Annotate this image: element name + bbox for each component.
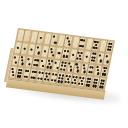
pip (101, 86, 103, 88)
pip (80, 52, 82, 54)
domino-tile-5-6[interactable] (77, 75, 92, 88)
pip (48, 73, 50, 75)
pip (83, 68, 85, 70)
pip (38, 52, 40, 54)
domino-set-photo (0, 0, 128, 128)
pip (103, 70, 105, 72)
pip (95, 82, 97, 84)
pip (58, 52, 60, 54)
domino-tile-0-0[interactable] (16, 29, 31, 42)
pip (48, 63, 50, 65)
pip (83, 39, 85, 41)
pip (11, 68, 13, 70)
pip (94, 53, 96, 55)
pip (56, 67, 58, 69)
pip (33, 77, 35, 79)
pip (12, 71, 14, 73)
pip (95, 44, 97, 46)
pip (37, 59, 39, 61)
pip (110, 42, 112, 44)
domino-tile-4-6[interactable] (50, 72, 65, 85)
pip (80, 80, 82, 82)
pip (97, 41, 99, 43)
pip (30, 48, 32, 50)
domino-half-6 (106, 41, 114, 53)
domino-tile-1-4[interactable] (55, 47, 70, 60)
domino-tile-3-5[interactable] (94, 64, 109, 77)
pip (75, 76, 77, 78)
domino-tile-3-3[interactable] (66, 61, 81, 74)
pip (81, 83, 83, 85)
pip (78, 54, 80, 56)
pip (53, 36, 55, 38)
pip (44, 50, 46, 52)
domino-half-2 (103, 53, 111, 65)
pip (82, 45, 84, 47)
pip (69, 66, 71, 68)
pip (94, 85, 96, 87)
pip (67, 40, 69, 42)
domino-tile-0-1[interactable] (30, 31, 45, 44)
pip (68, 43, 70, 45)
pip (12, 74, 14, 76)
pip (109, 49, 111, 51)
pip (47, 79, 49, 81)
domino-tile-4-4[interactable] (22, 68, 37, 81)
pip (52, 54, 54, 56)
pip (85, 55, 87, 57)
pip (61, 77, 63, 79)
pip (67, 78, 69, 80)
pip (97, 72, 99, 74)
pip (55, 74, 57, 76)
pip (28, 63, 30, 65)
pip (41, 59, 43, 61)
pip (61, 74, 63, 76)
domino-tile-1-2[interactable] (28, 43, 43, 56)
pip (74, 82, 76, 84)
pip (51, 51, 53, 53)
pip (63, 65, 65, 67)
domino-tile-2-4[interactable] (25, 56, 40, 69)
domino-tile-0-5[interactable] (85, 38, 100, 51)
pip (83, 71, 85, 73)
pip (22, 63, 24, 65)
pip (65, 55, 67, 57)
pip (70, 69, 72, 71)
pip (17, 46, 19, 48)
domino-tile-0-2[interactable] (44, 33, 59, 46)
pip (49, 66, 51, 68)
pip (93, 59, 95, 61)
pip (82, 64, 84, 66)
pip (99, 54, 101, 56)
pip (105, 67, 107, 69)
pip (26, 76, 28, 78)
domino-tile-3-6[interactable] (9, 66, 24, 79)
pip (60, 81, 62, 83)
pip (27, 58, 29, 60)
pip (24, 47, 26, 49)
domino-tile-2-3[interactable] (11, 54, 26, 67)
pip (82, 77, 84, 79)
pip (76, 70, 78, 72)
domino-tile-2-6[interactable] (52, 59, 67, 72)
pip (54, 41, 56, 43)
pip (14, 56, 16, 58)
pip (69, 63, 71, 65)
domino-tile-1-3[interactable] (41, 45, 56, 58)
pip (63, 68, 65, 70)
pip (20, 57, 22, 59)
domino-tile-2-2[interactable] (96, 52, 111, 65)
pip (41, 72, 43, 74)
domino-tile-0-4[interactable] (71, 36, 86, 49)
pip (106, 61, 108, 63)
pip (88, 81, 90, 83)
pip (50, 60, 52, 62)
pip (67, 37, 69, 39)
pip (50, 48, 52, 50)
domino-tile-1-5[interactable] (69, 49, 84, 62)
domino-tile-5-5[interactable] (64, 73, 79, 86)
domino-tile-2-5[interactable] (39, 57, 54, 70)
pip (40, 37, 42, 39)
pip (72, 53, 74, 55)
pip (96, 79, 98, 81)
pip (76, 67, 78, 69)
domino-tray (8, 28, 115, 91)
pip (15, 62, 17, 64)
pip (20, 69, 22, 71)
pip (35, 64, 37, 66)
pip (91, 66, 93, 68)
pip (53, 79, 55, 81)
pip (46, 76, 48, 78)
domino-tile-4-5[interactable] (36, 70, 51, 83)
pip (95, 47, 97, 49)
pip (42, 65, 44, 67)
domino-half-6 (98, 78, 106, 90)
pip (19, 75, 21, 77)
pip (37, 46, 39, 48)
domino-tile-1-6[interactable] (82, 50, 97, 63)
pip (67, 81, 69, 83)
pip (88, 84, 90, 86)
pip (21, 60, 23, 62)
pip (89, 78, 91, 80)
pip (93, 56, 95, 58)
pip (102, 83, 104, 85)
pip (103, 80, 105, 82)
pip (96, 66, 98, 68)
pip (97, 69, 99, 71)
pip (90, 71, 92, 73)
pip (73, 79, 75, 81)
pip (27, 70, 29, 72)
pip (110, 46, 112, 48)
pip (68, 75, 70, 77)
domino-tile-0-6[interactable] (99, 40, 114, 53)
pip (79, 57, 81, 59)
domino-tile-1-1[interactable] (14, 41, 29, 54)
pip (20, 72, 22, 74)
pip (66, 50, 68, 52)
domino-tile-6-6[interactable] (91, 77, 106, 90)
pip (105, 55, 107, 57)
pip (55, 61, 57, 63)
domino-tile-0-3[interactable] (58, 34, 73, 47)
pip (104, 73, 106, 75)
domino-tile-3-4[interactable] (80, 63, 95, 76)
domino-half-5 (100, 65, 108, 77)
pip (100, 60, 102, 62)
pip (40, 78, 42, 80)
pip (75, 64, 77, 66)
pip (34, 71, 36, 73)
pip (64, 62, 66, 64)
